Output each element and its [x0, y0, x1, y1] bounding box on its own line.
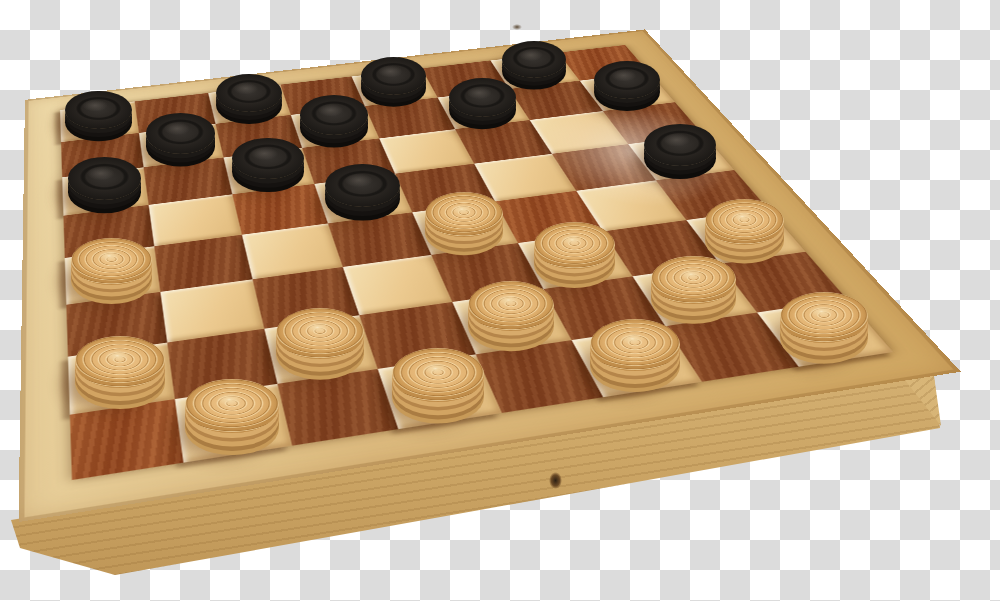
black-piece[interactable]	[449, 78, 516, 117]
black-piece[interactable]	[232, 138, 304, 180]
white-piece[interactable]	[185, 379, 279, 434]
black-piece[interactable]	[65, 91, 132, 130]
black-piece[interactable]	[361, 57, 426, 95]
board-scene	[0, 0, 1000, 601]
white-piece[interactable]	[534, 222, 615, 269]
white-piece[interactable]	[590, 319, 680, 371]
white-piece[interactable]	[705, 199, 784, 245]
black-piece[interactable]	[300, 95, 368, 135]
white-piece[interactable]	[75, 336, 165, 388]
black-piece[interactable]	[325, 164, 400, 207]
white-piece[interactable]	[392, 348, 484, 401]
black-piece[interactable]	[146, 113, 216, 153]
black-piece[interactable]	[216, 74, 282, 112]
black-piece[interactable]	[594, 61, 660, 99]
white-piece[interactable]	[425, 192, 503, 237]
white-piece[interactable]	[780, 292, 868, 343]
white-piece[interactable]	[71, 238, 152, 285]
white-piece[interactable]	[468, 281, 554, 331]
white-piece[interactable]	[276, 308, 364, 359]
black-piece[interactable]	[68, 157, 141, 200]
black-piece[interactable]	[502, 41, 566, 78]
black-piece[interactable]	[644, 124, 716, 166]
pieces-layer	[0, 0, 1000, 601]
white-piece[interactable]	[651, 256, 735, 305]
